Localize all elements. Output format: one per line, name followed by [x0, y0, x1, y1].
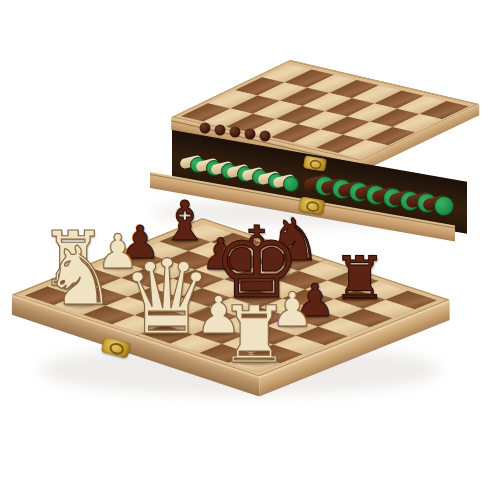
pieces-layer: ♜♞♟♛♟♟♜♟♝♟♞♚♟♜ — [0, 0, 500, 500]
white-rook: ♜ — [219, 296, 289, 374]
dark-rook: ♜ — [333, 248, 387, 308]
product-photo: ♜♞♟♛♟♟♜♟♝♟♞♚♟♜ — [0, 0, 500, 500]
white-knight: ♞ — [43, 236, 115, 317]
white-queen: ♛ — [121, 246, 213, 349]
